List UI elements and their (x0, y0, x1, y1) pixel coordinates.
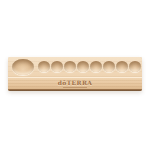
pit-7-pit[interactable] (116, 61, 128, 72)
mancala-board: dōTERRA (8, 57, 142, 91)
board-bottom-edge (8, 89, 142, 91)
pit-4-pit[interactable] (77, 61, 89, 72)
pit-3-pit[interactable] (64, 61, 76, 72)
pit-5-pit[interactable] (90, 61, 102, 72)
pit-grid (8, 57, 142, 77)
pit-6-pit[interactable] (103, 61, 115, 72)
pit-1-pit[interactable] (38, 61, 50, 72)
pit-2-pit[interactable] (51, 61, 63, 72)
pit-8-pit[interactable] (129, 61, 141, 72)
product-photo-canvas: dōTERRA (0, 0, 150, 150)
brand-engraving: dōTERRA (58, 80, 93, 86)
engraving-subtext-line (63, 87, 87, 88)
store-large-pit[interactable] (12, 59, 34, 75)
